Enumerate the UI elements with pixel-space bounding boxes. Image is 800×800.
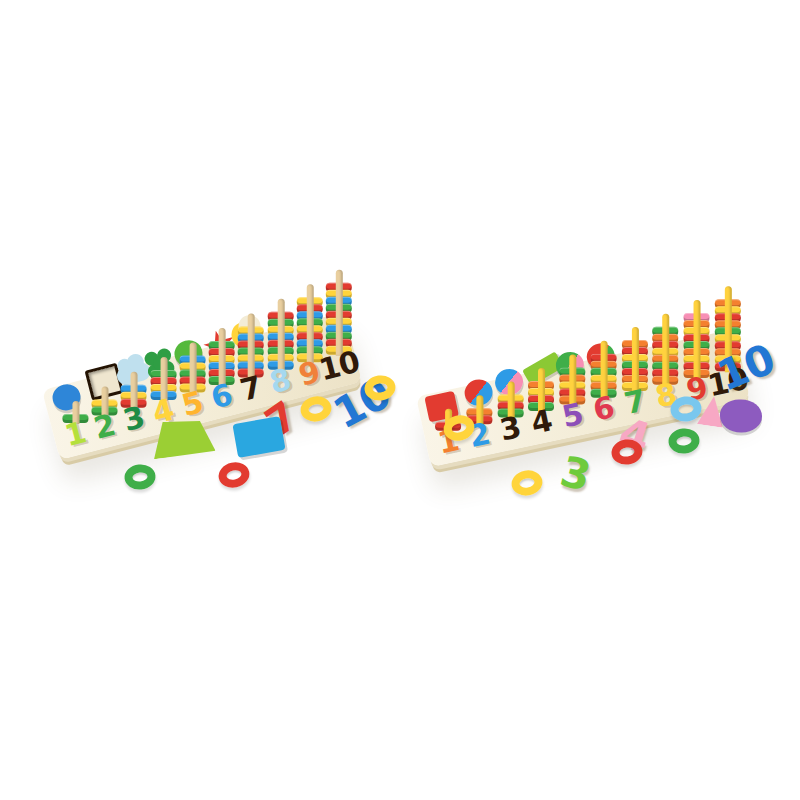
peg xyxy=(306,284,313,363)
peg xyxy=(693,300,700,379)
loose-number-3: 3 xyxy=(556,450,594,498)
product-photo-scene: 12345678910123456789107103410 xyxy=(0,0,800,800)
loose-shape-square xyxy=(232,416,285,458)
board-right: 12345678910 xyxy=(416,329,750,467)
peg xyxy=(277,299,284,371)
loose-ring xyxy=(216,460,252,491)
ring-stack-8 xyxy=(652,313,680,386)
peg xyxy=(335,270,342,356)
loose-shape-stone xyxy=(720,400,762,433)
loose-ring xyxy=(123,463,156,491)
peg xyxy=(662,314,669,386)
ring-stack-10 xyxy=(325,269,353,356)
loose-ring xyxy=(667,427,700,455)
ring-stack-9 xyxy=(683,299,711,379)
loose-ring xyxy=(510,468,545,498)
